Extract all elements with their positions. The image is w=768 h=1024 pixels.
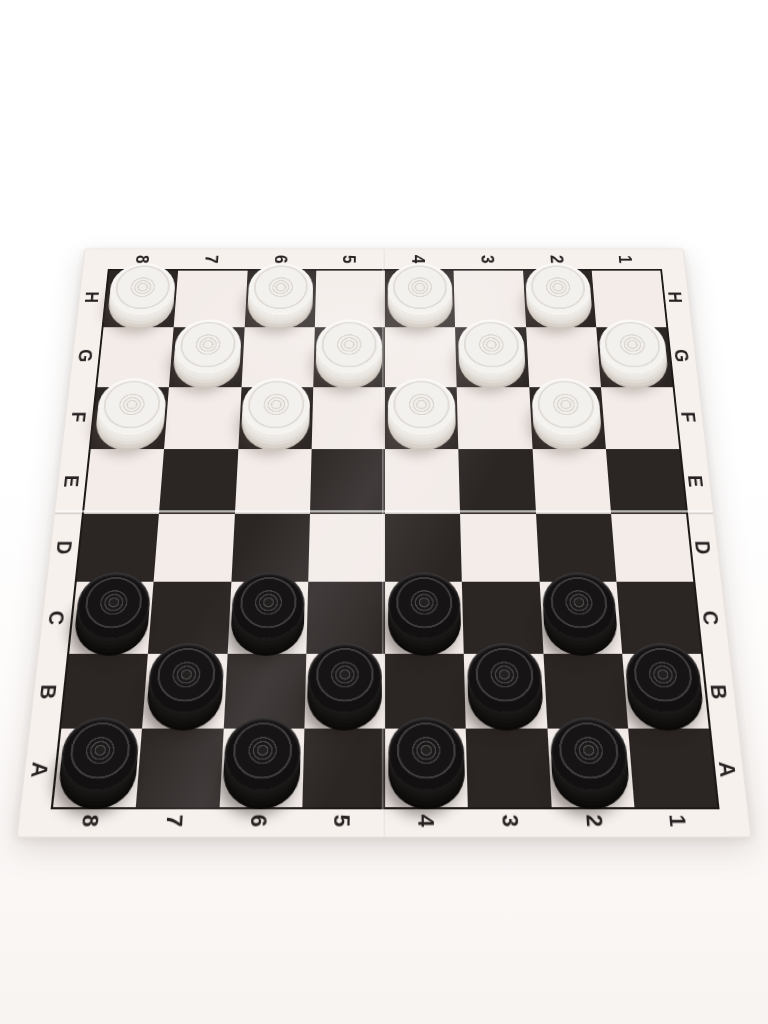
square-e7[interactable] <box>159 449 238 514</box>
label-bottom-3: 3 <box>499 814 523 827</box>
label-right-C: C <box>699 611 722 625</box>
label-top-1: 1 <box>617 255 637 264</box>
square-h6[interactable] <box>244 271 316 328</box>
square-d1[interactable] <box>611 514 693 582</box>
square-e2[interactable] <box>532 449 611 514</box>
square-d7[interactable] <box>154 514 235 582</box>
label-bottom-2: 2 <box>583 814 607 827</box>
square-b1[interactable] <box>622 653 709 728</box>
square-g1[interactable] <box>596 327 673 386</box>
piece-white-g5[interactable] <box>316 319 383 374</box>
square-h4[interactable] <box>385 271 455 328</box>
piece-white-h4[interactable] <box>387 263 452 315</box>
label-bottom-1: 1 <box>667 814 691 827</box>
label-left-E: E <box>61 475 83 487</box>
grid <box>51 269 720 809</box>
square-c4[interactable] <box>385 582 464 653</box>
piece-white-h2[interactable] <box>525 263 593 315</box>
label-top-3: 3 <box>479 255 498 264</box>
piece-black-c2[interactable] <box>541 572 618 638</box>
label-left-H: H <box>82 292 103 303</box>
label-bottom-7: 7 <box>163 814 187 827</box>
checkers-board: 87654321 87654321 HGFEDCBA HGFEDCBA <box>16 249 751 838</box>
square-h2[interactable] <box>523 271 596 328</box>
folding-board-cardboard: 87654321 87654321 HGFEDCBA HGFEDCBA <box>16 249 751 838</box>
square-a6[interactable] <box>219 728 304 807</box>
labels-top: 87654321 <box>108 249 662 269</box>
piece-black-c4[interactable] <box>388 572 461 638</box>
piece-white-f6[interactable] <box>241 378 311 435</box>
piece-white-h8[interactable] <box>107 263 176 315</box>
piece-black-b1[interactable] <box>624 643 704 712</box>
square-b5[interactable] <box>304 653 385 728</box>
piece-white-f2[interactable] <box>531 378 602 435</box>
piece-white-f8[interactable] <box>95 378 168 435</box>
label-right-H: H <box>665 292 686 303</box>
square-a1[interactable] <box>628 728 717 807</box>
piece-black-a6[interactable] <box>223 718 302 791</box>
square-a4[interactable] <box>385 728 468 807</box>
square-d3[interactable] <box>460 514 539 582</box>
square-e4[interactable] <box>385 449 460 514</box>
piece-white-h6[interactable] <box>247 263 314 315</box>
square-f2[interactable] <box>529 387 606 449</box>
label-right-B: B <box>707 684 731 699</box>
piece-black-b7[interactable] <box>146 643 225 712</box>
label-bottom-8: 8 <box>79 814 103 827</box>
label-left-A: A <box>28 761 53 777</box>
label-left-F: F <box>68 412 89 423</box>
label-bottom-5: 5 <box>331 814 354 827</box>
square-e3[interactable] <box>459 449 536 514</box>
square-f3[interactable] <box>457 387 532 449</box>
label-left-C: C <box>45 611 68 625</box>
square-g3[interactable] <box>455 327 529 386</box>
square-a8[interactable] <box>53 728 142 807</box>
square-c2[interactable] <box>539 582 622 653</box>
square-b7[interactable] <box>142 653 227 728</box>
piece-black-c6[interactable] <box>231 572 306 638</box>
label-left-B: B <box>37 684 61 699</box>
square-d5[interactable] <box>308 514 385 582</box>
square-b3[interactable] <box>464 653 547 728</box>
square-f5[interactable] <box>311 387 385 449</box>
label-top-5: 5 <box>341 255 360 264</box>
label-top-7: 7 <box>203 255 223 264</box>
square-c6[interactable] <box>227 582 308 653</box>
label-right-G: G <box>672 349 693 362</box>
square-h8[interactable] <box>104 271 179 328</box>
square-a5[interactable] <box>302 728 385 807</box>
label-left-D: D <box>53 541 76 555</box>
piece-black-c8[interactable] <box>74 572 152 638</box>
piece-white-g1[interactable] <box>598 319 669 374</box>
square-f6[interactable] <box>238 387 313 449</box>
piece-black-a4[interactable] <box>388 718 465 791</box>
label-left-G: G <box>75 349 96 362</box>
label-right-A: A <box>716 761 741 777</box>
square-f1[interactable] <box>601 387 679 449</box>
piece-white-f4[interactable] <box>387 378 455 435</box>
piece-white-g7[interactable] <box>173 319 243 374</box>
product-photo-stage: 87654321 87654321 HGFEDCBA HGFEDCBA <box>0 0 768 1024</box>
square-g5[interactable] <box>313 327 385 386</box>
label-right-E: E <box>685 475 707 487</box>
label-bottom-4: 4 <box>415 814 438 827</box>
label-right-F: F <box>678 412 699 423</box>
piece-black-b3[interactable] <box>466 643 543 712</box>
square-a3[interactable] <box>466 728 551 807</box>
square-f7[interactable] <box>164 387 241 449</box>
square-e5[interactable] <box>310 449 385 514</box>
label-right-D: D <box>692 541 715 555</box>
square-f4[interactable] <box>385 387 459 449</box>
square-a7[interactable] <box>136 728 223 807</box>
square-e1[interactable] <box>606 449 686 514</box>
labels-bottom: 87654321 <box>48 805 723 836</box>
label-bottom-6: 6 <box>247 814 271 827</box>
square-e8[interactable] <box>84 449 164 514</box>
square-e6[interactable] <box>234 449 311 514</box>
piece-white-g3[interactable] <box>458 319 526 374</box>
square-c8[interactable] <box>69 582 154 653</box>
square-g7[interactable] <box>169 327 244 386</box>
square-f8[interactable] <box>91 387 169 449</box>
piece-black-a2[interactable] <box>549 718 630 791</box>
piece-black-b5[interactable] <box>307 643 382 712</box>
piece-black-a8[interactable] <box>58 718 141 791</box>
square-a2[interactable] <box>547 728 634 807</box>
